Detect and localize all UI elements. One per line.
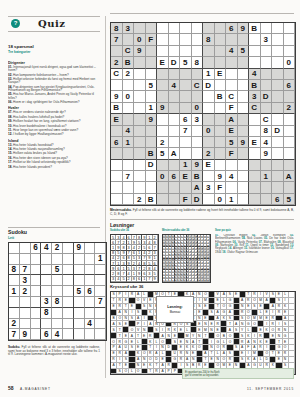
given-cell: 3 [249,91,261,102]
empty-cell[interactable] [134,182,146,193]
empty-cell[interactable] [31,297,42,308]
empty-cell[interactable] [134,57,146,68]
empty-cell[interactable] [169,103,181,114]
empty-cell[interactable] [180,23,192,34]
empty-cell[interactable] [85,275,96,286]
empty-cell[interactable] [52,308,63,319]
answer-number: 17. [290,246,294,250]
empty-cell[interactable] [272,160,284,171]
empty-cell[interactable] [74,308,85,319]
empty-cell[interactable] [85,329,96,340]
given-cell: 5 [284,194,296,205]
magazine-name: A-MAGASINET [20,387,51,391]
empty-cell[interactable] [111,194,123,205]
empty-cell[interactable] [157,194,169,205]
given-cell: F [146,34,158,45]
empty-cell[interactable] [180,34,192,45]
empty-cell[interactable] [180,182,192,193]
empty-cell[interactable] [111,182,123,193]
empty-cell[interactable] [134,171,146,182]
empty-cell[interactable] [203,103,215,114]
given-cell: 4 [226,171,238,182]
empty-cell[interactable] [134,137,146,148]
question-text: Hva er verdens største nålevende dyr? [13,110,66,114]
empty-cell[interactable] [272,171,284,182]
empty-cell[interactable] [31,329,42,340]
empty-cell[interactable] [192,126,204,137]
given-cell: 5 [157,148,169,159]
empty-cell[interactable] [261,46,273,57]
empty-cell[interactable] [284,137,296,148]
empty-cell[interactable] [261,160,273,171]
empty-cell[interactable] [111,160,123,171]
empty-cell[interactable] [238,80,250,91]
empty-cell[interactable] [157,23,169,34]
given-cell: 6 [31,243,42,254]
empty-cell[interactable] [63,297,74,308]
empty-cell[interactable] [52,286,63,297]
empty-cell[interactable] [261,194,273,205]
empty-cell[interactable] [238,194,250,205]
empty-cell[interactable] [272,46,284,57]
empty-cell[interactable] [272,80,284,91]
empty-cell[interactable] [226,69,238,80]
given-cell: E [207,279,210,282]
empty-cell[interactable] [215,114,227,125]
empty-cell[interactable] [215,103,227,114]
empty-cell[interactable] [134,160,146,171]
empty-cell[interactable] [146,137,158,148]
answer-text: Ólafur Ragnar Grímsson [227,250,258,254]
empty-cell[interactable] [192,23,204,34]
empty-cell[interactable] [52,275,63,286]
quiz-question: 05. Hva har Mariss Jansons, André Previn… [8,93,100,100]
question-text: Hvem er i dag sjefdirigent for Oslo-Filh… [13,100,79,104]
empty-cell[interactable] [238,126,250,137]
empty-cell[interactable] [238,103,250,114]
empty-cell[interactable] [95,275,106,286]
empty-cell[interactable] [238,171,250,182]
empty-cell[interactable] [272,182,284,193]
given-cell: 5 [238,46,250,57]
empty-cell[interactable] [157,182,169,193]
given-cell: 6 [85,286,96,297]
given-cell: 6 [169,171,181,182]
empty-cell[interactable] [63,265,74,276]
empty-cell[interactable] [9,275,20,286]
empty-cell[interactable] [203,194,215,205]
empty-cell[interactable] [238,91,250,102]
empty-cell[interactable] [249,34,261,45]
question-text: Hvilken valuta brukes på Island? [13,151,57,155]
empty-cell[interactable] [63,286,74,297]
empty-cell[interactable] [157,126,169,137]
empty-cell[interactable] [146,23,158,34]
empty-cell[interactable] [249,46,261,57]
given-cell: 7 [180,126,192,137]
empty-cell[interactable] [74,297,85,308]
empty-cell[interactable] [85,265,96,276]
given-cell: F [226,103,238,114]
empty-cell[interactable] [284,23,296,34]
empty-cell[interactable] [238,69,250,80]
empty-cell[interactable] [261,57,273,68]
empty-cell[interactable] [134,126,146,137]
empty-cell[interactable] [134,103,146,114]
empty-cell[interactable] [261,69,273,80]
empty-cell[interactable] [272,137,284,148]
empty-cell[interactable] [157,91,169,102]
empty-cell[interactable] [272,34,284,45]
empty-cell[interactable] [9,254,20,265]
empty-cell[interactable] [272,148,284,159]
empty-cell[interactable] [215,80,227,91]
empty-cell[interactable] [85,243,96,254]
empty-cell[interactable] [95,243,106,254]
given-cell: 9 [238,137,250,148]
empty-cell[interactable] [20,319,31,330]
given-cell: C [249,103,261,114]
given-cell: 8 [9,265,20,276]
empty-cell[interactable] [146,46,158,57]
empty-cell[interactable] [284,91,296,102]
empty-cell[interactable] [85,308,96,319]
empty-cell[interactable] [157,160,169,171]
empty-cell[interactable] [146,182,158,193]
question-text: Hvilket orkester forbinder du først og f… [8,77,95,84]
empty-cell[interactable] [20,308,31,319]
empty-cell[interactable] [226,34,238,45]
given-cell: 6 [180,114,192,125]
empty-cell[interactable] [238,182,250,193]
question-text: Han komponerte fiolinkonserten – hvem? [13,73,69,77]
given-cell: 9 [238,23,250,34]
empty-cell[interactable] [95,308,106,319]
empty-cell[interactable] [180,91,192,102]
empty-cell[interactable] [272,57,284,68]
empty-cell[interactable] [85,254,96,265]
given-cell: C [111,69,123,80]
given-cell: 2 [134,194,146,205]
sudoku-difficulty: Lett [8,236,14,240]
given-cell: 5 [146,80,158,91]
empty-cell[interactable] [226,80,238,91]
empty-cell[interactable] [215,148,227,159]
empty-cell[interactable] [146,69,158,80]
mestersudoku-solution-grid: 0123456789ABCDEF456789ABCDEF012389ABCDEF… [162,234,211,283]
given-cell: 6 [284,80,296,91]
empty-cell[interactable] [180,69,192,80]
sudoku-grid: 64291875312563878247964 [8,242,107,341]
given-cell: B [249,80,261,91]
empty-cell[interactable] [63,329,74,340]
empty-cell[interactable] [157,46,169,57]
empty-cell[interactable] [111,126,123,137]
empty-cell[interactable] [272,69,284,80]
empty-cell[interactable] [169,23,181,34]
solutions-title: Løsninger [110,222,134,228]
empty-cell[interactable] [249,160,261,171]
empty-cell[interactable] [95,329,106,340]
empty-cell[interactable] [85,297,96,308]
empty-cell[interactable] [226,57,238,68]
empty-cell[interactable] [284,160,296,171]
given-cell: B [192,171,204,182]
empty-cell[interactable] [169,46,181,57]
empty-cell[interactable] [157,69,169,80]
question-text: Internasjonalt kjent norsk dirigent, ogs… [8,65,96,72]
empty-cell[interactable] [192,69,204,80]
empty-cell[interactable] [249,114,261,125]
empty-cell[interactable] [20,243,31,254]
given-cell: 1 [203,69,215,80]
empty-cell[interactable] [169,182,181,193]
empty-cell[interactable] [272,91,284,102]
empty-cell[interactable] [284,182,296,193]
empty-cell[interactable] [111,46,123,57]
empty-cell[interactable] [215,23,227,34]
empty-cell[interactable] [63,254,74,265]
empty-cell[interactable] [74,265,85,276]
empty-cell[interactable] [134,114,146,125]
empty-cell[interactable] [226,160,238,171]
empty-cell[interactable] [134,91,146,102]
empty-cell[interactable] [203,46,215,57]
given-cell: 0 [192,103,204,114]
given-cell: 8 [41,308,52,319]
empty-cell[interactable] [157,34,169,45]
empty-cell[interactable] [123,103,135,114]
empty-cell[interactable] [261,103,273,114]
given-cell: E [226,126,238,137]
issue-date: 11. SEPTEMBER 2015 [247,387,294,391]
given-cell: 0 [157,171,169,182]
empty-cell[interactable] [238,57,250,68]
answer-text: Vatnajökull [275,246,290,250]
empty-cell[interactable] [146,91,158,102]
empty-cell[interactable] [41,275,52,286]
empty-cell[interactable] [95,319,106,330]
empty-cell[interactable] [146,126,158,137]
empty-cell[interactable] [169,137,181,148]
empty-cell[interactable] [63,319,74,330]
empty-cell[interactable] [284,114,296,125]
empty-cell[interactable] [284,34,296,45]
given-cell: 1 [261,171,273,182]
empty-cell[interactable] [284,126,296,137]
empty-cell[interactable] [169,126,181,137]
quiz-byline: Tre kategorier [8,50,30,54]
empty-cell[interactable] [192,46,204,57]
given-cell: 1 [180,160,192,171]
empty-cell[interactable] [192,137,204,148]
question-text: Hva heter Islands hovedstad? [13,143,53,147]
empty-cell[interactable] [41,254,52,265]
empty-cell[interactable] [238,34,250,45]
empty-cell[interactable] [261,182,273,193]
empty-cell[interactable] [41,319,52,330]
empty-cell[interactable] [63,308,74,319]
empty-cell[interactable] [31,275,42,286]
empty-cell[interactable] [203,171,215,182]
empty-cell[interactable] [9,308,20,319]
empty-cell[interactable] [74,275,85,286]
quiz-question: 18. Hva heter Islands president? [8,166,100,169]
empty-cell[interactable] [272,23,284,34]
mestersudoku-grid: 8369B70F83C9452BED580C21E454CDB690BC3DB1… [110,22,296,206]
question-text: Pop-dirigenten som har gjestet Kringkast… [8,85,95,92]
empty-cell[interactable] [226,182,238,193]
empty-cell[interactable] [20,254,31,265]
empty-cell[interactable] [31,319,42,330]
empty-cell[interactable] [169,34,181,45]
empty-cell[interactable] [249,171,261,182]
empty-cell[interactable] [249,148,261,159]
quiz-bottom-rule [8,31,100,32]
given-cell: 9 [74,243,85,254]
empty-cell[interactable] [238,160,250,171]
given-cell: 4 [41,243,52,254]
given-cell: 4 [169,80,181,91]
quiz-count: 18 spørsmål [8,44,34,49]
empty-cell[interactable] [203,23,215,34]
empty-cell[interactable] [169,160,181,171]
empty-cell[interactable] [74,319,85,330]
empty-cell[interactable] [63,275,74,286]
empty-cell[interactable] [249,126,261,137]
empty-cell[interactable] [238,114,250,125]
empty-cell[interactable] [284,148,296,159]
empty-cell[interactable] [180,103,192,114]
empty-cell[interactable] [146,171,158,182]
empty-cell[interactable] [180,80,192,91]
empty-cell[interactable] [111,80,123,91]
empty-cell[interactable] [215,137,227,148]
empty-cell[interactable] [203,137,215,148]
empty-cell[interactable] [134,23,146,34]
question-text: Hva har Mariss Jansons, André Previn og … [8,92,94,99]
empty-cell[interactable] [284,46,296,57]
empty-cell[interactable] [111,171,123,182]
empty-cell[interactable] [249,57,261,68]
given-cell: 7 [9,329,20,340]
empty-cell[interactable] [146,57,158,68]
empty-cell[interactable] [261,80,273,91]
empty-cell[interactable] [123,80,135,91]
empty-cell[interactable] [123,194,135,205]
empty-cell[interactable] [74,329,85,340]
empty-cell[interactable] [169,194,181,205]
empty-cell[interactable] [123,160,135,171]
empty-cell[interactable] [31,254,42,265]
empty-cell[interactable] [41,286,52,297]
empty-cell[interactable] [272,114,284,125]
quiz-question: 01. Internasjonalt kjent norsk dirigent,… [8,66,100,73]
given-cell: 5 [52,265,63,276]
empty-cell[interactable] [169,91,181,102]
solutions-rule [110,219,294,220]
empty-cell[interactable] [134,80,146,91]
empty-cell[interactable] [95,265,106,276]
given-cell: 8 [192,57,204,68]
empty-cell[interactable] [74,254,85,265]
empty-cell[interactable] [52,319,63,330]
empty-cell[interactable] [169,114,181,125]
given-cell: D [261,91,273,102]
empty-cell[interactable] [123,34,135,45]
empty-cell[interactable] [192,34,204,45]
empty-cell[interactable] [123,182,135,193]
empty-cell[interactable] [215,46,227,57]
given-cell: F [215,182,227,193]
given-cell: 9 [134,46,146,57]
given-cell: 9 [153,277,158,282]
empty-cell[interactable] [192,148,204,159]
empty-cell[interactable] [203,114,215,125]
given-cell: D [203,80,215,91]
empty-cell[interactable] [134,148,146,159]
empty-cell[interactable] [31,308,42,319]
empty-cell[interactable] [180,137,192,148]
empty-cell[interactable] [95,286,106,297]
empty-cell[interactable] [157,80,169,91]
empty-cell[interactable] [20,297,31,308]
given-cell: 4 [85,319,96,330]
empty-cell[interactable] [41,265,52,276]
empty-cell[interactable] [249,194,261,205]
given-cell: 6 [226,23,238,34]
empty-cell[interactable] [249,182,261,193]
empty-cell[interactable] [123,148,135,159]
empty-cell[interactable] [31,265,42,276]
empty-cell[interactable] [215,34,227,45]
empty-cell[interactable] [192,91,204,102]
empty-cell[interactable] [9,297,20,308]
empty-cell[interactable] [134,69,146,80]
empty-cell[interactable] [180,46,192,57]
empty-cell[interactable] [215,160,227,171]
empty-cell[interactable] [215,57,227,68]
empty-cell[interactable] [52,254,63,265]
empty-cell[interactable] [169,69,181,80]
empty-cell[interactable] [272,103,284,114]
empty-cell[interactable] [9,243,20,254]
given-cell: 3 [123,23,135,34]
empty-cell[interactable] [203,91,215,102]
mester-caption-text: Fyll ut feltene slik at de vannrette og … [110,208,294,216]
empty-cell[interactable] [203,57,215,68]
given-cell: 7 [95,297,106,308]
empty-cell[interactable] [238,148,250,159]
empty-cell[interactable] [284,69,296,80]
empty-cell[interactable] [31,286,42,297]
given-cell: A [226,114,238,125]
empty-cell[interactable] [123,114,135,125]
empty-cell[interactable] [180,148,192,159]
given-cell: 9 [111,91,123,102]
empty-cell[interactable] [111,148,123,159]
given-cell: 8 [111,23,123,34]
empty-cell[interactable] [215,126,227,137]
empty-cell[interactable] [63,243,74,254]
given-cell: E [157,57,169,68]
given-cell: 8 [52,297,63,308]
empty-cell[interactable] [157,114,169,125]
given-cell: 3 [261,34,273,45]
question-text: Hva heter den store isbreen sør på øya? [13,156,68,160]
empty-cell[interactable] [261,23,273,34]
given-cell: D [192,194,204,205]
